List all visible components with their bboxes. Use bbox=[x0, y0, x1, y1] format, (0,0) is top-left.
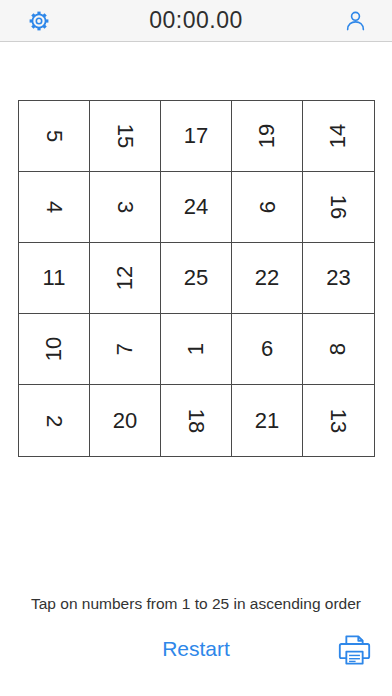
cell-number: 5 bbox=[43, 130, 65, 142]
grid-cell-7[interactable]: 7 bbox=[90, 314, 161, 385]
cell-number: 19 bbox=[256, 124, 278, 148]
cell-number: 6 bbox=[261, 338, 273, 360]
grid-cell-16[interactable]: 16 bbox=[303, 172, 374, 243]
instruction-text: Tap on numbers from 1 to 25 in ascending… bbox=[0, 595, 392, 613]
grid-cell-22[interactable]: 22 bbox=[232, 243, 303, 314]
grid-cell-8[interactable]: 8 bbox=[303, 314, 374, 385]
person-icon bbox=[344, 9, 367, 32]
cell-number: 1 bbox=[185, 343, 207, 355]
grid-cell-19[interactable]: 19 bbox=[232, 101, 303, 172]
grid-cell-6[interactable]: 6 bbox=[232, 314, 303, 385]
cell-number: 15 bbox=[114, 124, 136, 148]
grid-cell-4[interactable]: 4 bbox=[19, 172, 90, 243]
cell-number: 8 bbox=[328, 343, 350, 355]
grid-cell-17[interactable]: 17 bbox=[161, 101, 232, 172]
restart-button[interactable]: Restart bbox=[0, 637, 392, 661]
grid-cell-3[interactable]: 3 bbox=[90, 172, 161, 243]
cell-number: 22 bbox=[255, 267, 279, 289]
cell-number: 20 bbox=[113, 410, 137, 432]
schulte-grid: 5151719144324916111225222310716822018211… bbox=[18, 100, 375, 457]
grid-cell-18[interactable]: 18 bbox=[161, 385, 232, 456]
profile-button[interactable] bbox=[342, 0, 368, 41]
cell-number: 3 bbox=[114, 201, 136, 213]
print-button[interactable] bbox=[335, 631, 373, 669]
cell-number: 17 bbox=[184, 125, 208, 147]
grid-cell-25[interactable]: 25 bbox=[161, 243, 232, 314]
cell-number: 9 bbox=[256, 201, 278, 213]
grid-cell-9[interactable]: 9 bbox=[232, 172, 303, 243]
cell-number: 23 bbox=[326, 267, 350, 289]
grid-cell-20[interactable]: 20 bbox=[90, 385, 161, 456]
timer-display: 00:00.00 bbox=[0, 0, 392, 41]
schulte-table-app: 00:00.00 5151719144324916111225222310716… bbox=[0, 0, 392, 696]
cell-number: 16 bbox=[327, 195, 349, 219]
cell-number: 10 bbox=[43, 337, 65, 361]
grid-cell-14[interactable]: 14 bbox=[303, 101, 374, 172]
cell-number: 2 bbox=[43, 414, 65, 426]
cell-number: 11 bbox=[43, 267, 66, 289]
cell-number: 24 bbox=[184, 196, 208, 218]
grid-cell-5[interactable]: 5 bbox=[19, 101, 90, 172]
printer-icon bbox=[336, 632, 373, 668]
grid-cell-21[interactable]: 21 bbox=[232, 385, 303, 456]
grid-cell-12[interactable]: 12 bbox=[90, 243, 161, 314]
cell-number: 14 bbox=[327, 124, 349, 148]
grid-cell-11[interactable]: 11 bbox=[19, 243, 90, 314]
cell-number: 18 bbox=[185, 408, 207, 432]
grid-cell-10[interactable]: 10 bbox=[19, 314, 90, 385]
grid-cell-24[interactable]: 24 bbox=[161, 172, 232, 243]
cell-number: 7 bbox=[114, 343, 136, 355]
cell-number: 21 bbox=[255, 410, 279, 432]
grid-cell-13[interactable]: 13 bbox=[303, 385, 374, 456]
grid-cell-2[interactable]: 2 bbox=[19, 385, 90, 456]
cell-number: 13 bbox=[327, 408, 349, 432]
grid-cell-23[interactable]: 23 bbox=[303, 243, 374, 314]
cell-number: 25 bbox=[184, 267, 208, 289]
cell-number: 12 bbox=[114, 266, 136, 290]
grid-cell-15[interactable]: 15 bbox=[90, 101, 161, 172]
grid-cell-1[interactable]: 1 bbox=[161, 314, 232, 385]
top-bar: 00:00.00 bbox=[0, 0, 392, 42]
cell-number: 4 bbox=[43, 201, 65, 213]
